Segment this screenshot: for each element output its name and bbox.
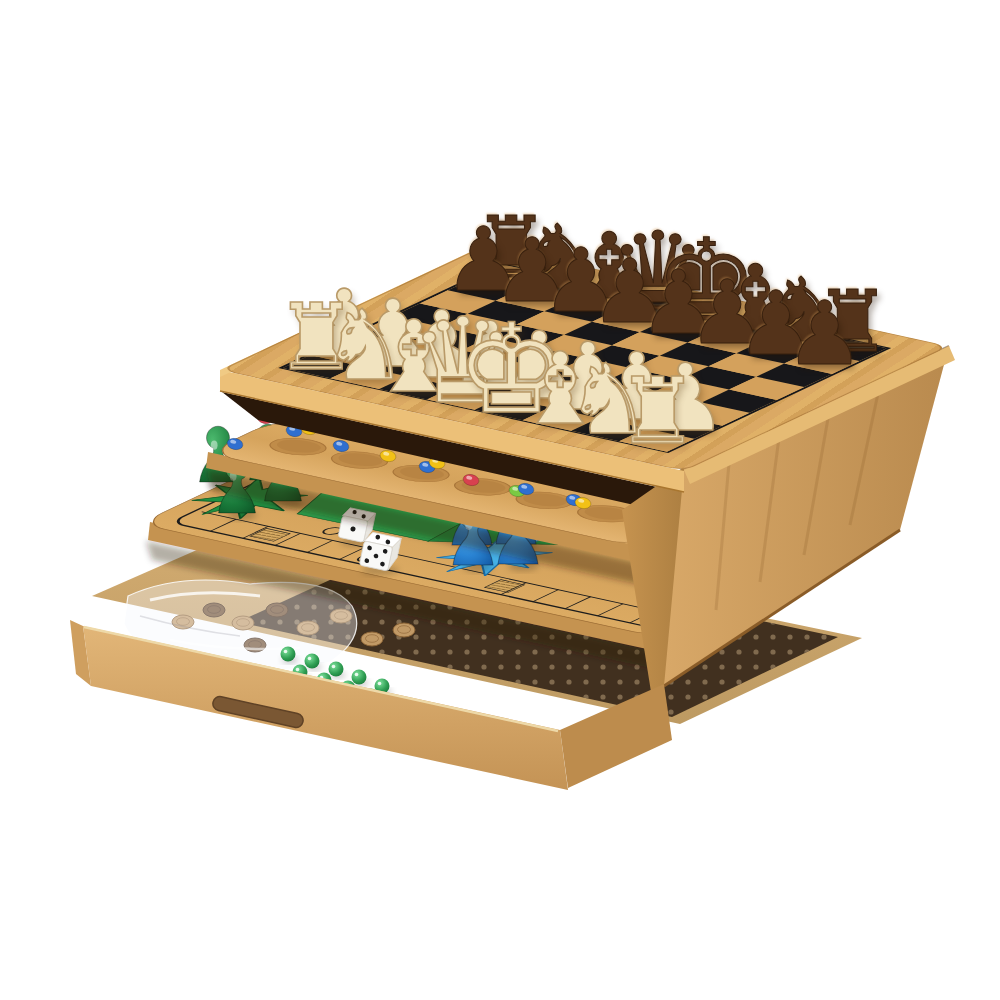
green-marble[interactable] [329,662,344,677]
checker-piece[interactable] [361,632,383,646]
scene-illustration [0,0,1000,1000]
checker-piece[interactable] [393,623,415,637]
games-box-product-photo: ♜♞♝♛♚♝♞♜♟♟♟♟♟♟♟♟♟♟♟♟♟♟♟♟♜♞♝♛♚♝♞♜ [0,0,1000,1000]
green-marble[interactable] [305,654,320,669]
green-marble[interactable] [281,647,296,662]
green-marble[interactable] [352,670,367,685]
